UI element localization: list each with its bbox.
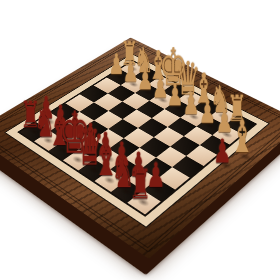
product-photo-background: ♜♞♝♚♛♝♞♜♟♟♟♟♟♟♟♟♟♟♟♟♟♟♟♟♜♞♝♚♛♝♞♜ ♝♟ <box>0 0 280 280</box>
chess-board: ♜♞♝♚♛♝♞♜♟♟♟♟♟♟♟♟♟♟♟♟♟♟♟♟♜♞♝♚♛♝♞♜ ♝♟ <box>0 37 280 259</box>
red-rook-glyph: ♜ <box>119 164 161 205</box>
red-pawn-glyph: ♟ <box>202 135 242 168</box>
rim-piece-red-pawn-rim[interactable]: ♟ <box>210 153 243 176</box>
